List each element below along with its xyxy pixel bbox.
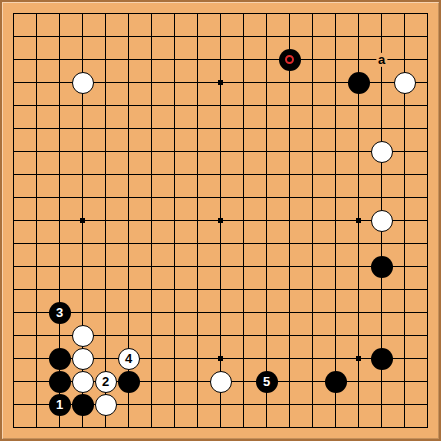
intersection <box>71 2 94 25</box>
intersection <box>186 393 209 416</box>
grid-line-vertical <box>335 13 336 25</box>
intersection <box>140 71 163 94</box>
grid-line-vertical <box>105 347 106 370</box>
black-stone <box>325 371 347 393</box>
intersection <box>186 324 209 347</box>
grid-line-vertical <box>289 186 290 209</box>
intersection <box>278 117 301 140</box>
intersection <box>25 71 48 94</box>
grid-line-vertical <box>128 393 129 416</box>
intersection <box>48 2 71 25</box>
grid-line-vertical <box>243 117 244 140</box>
grid-line-vertical <box>312 48 313 71</box>
intersection <box>278 2 301 25</box>
intersection <box>25 140 48 163</box>
grid-line-vertical <box>197 163 198 186</box>
grid-line-vertical <box>36 25 37 48</box>
grid-line-vertical <box>151 25 152 48</box>
grid-line-vertical <box>243 140 244 163</box>
grid-line-vertical <box>289 324 290 347</box>
grid-line-vertical <box>243 301 244 324</box>
intersection <box>324 301 347 324</box>
grid-line-vertical <box>13 278 14 301</box>
grid-line-vertical <box>335 94 336 117</box>
grid-line-vertical <box>427 347 428 370</box>
intersection <box>117 71 140 94</box>
intersection <box>163 232 186 255</box>
intersection <box>232 232 255 255</box>
grid-line-vertical <box>312 393 313 416</box>
intersection <box>232 25 255 48</box>
intersection <box>48 117 71 140</box>
grid-line-vertical <box>174 393 175 416</box>
grid-line-vertical <box>197 232 198 255</box>
grid-line-vertical <box>427 48 428 71</box>
intersection <box>140 232 163 255</box>
intersection <box>163 163 186 186</box>
intersection <box>25 163 48 186</box>
intersection <box>2 255 25 278</box>
intersection <box>71 255 94 278</box>
move-number: 1 <box>56 398 63 411</box>
intersection <box>94 2 117 25</box>
intersection <box>324 25 347 48</box>
white-stone <box>72 371 94 393</box>
grid-line-vertical <box>197 117 198 140</box>
intersection <box>393 324 416 347</box>
black-stone <box>371 256 393 278</box>
intersection <box>324 163 347 186</box>
intersection <box>370 278 393 301</box>
white-stone <box>210 371 232 393</box>
intersection <box>370 117 393 140</box>
grid-line-vertical <box>36 255 37 278</box>
grid-line-vertical <box>266 301 267 324</box>
grid-line-vertical <box>404 48 405 71</box>
grid-line-vertical <box>381 278 382 301</box>
intersection: 4 <box>117 347 140 370</box>
intersection <box>117 25 140 48</box>
intersection <box>186 48 209 71</box>
intersection <box>117 2 140 25</box>
grid-line-vertical <box>381 301 382 324</box>
grid-line-vertical <box>105 163 106 186</box>
intersection <box>347 2 370 25</box>
grid-line-horizontal <box>13 105 25 106</box>
intersection <box>94 393 117 416</box>
grid-line-vertical <box>220 186 221 209</box>
intersection <box>2 393 25 416</box>
intersection <box>163 94 186 117</box>
grid-line-vertical <box>358 370 359 393</box>
grid-line-vertical <box>381 25 382 48</box>
intersection <box>324 2 347 25</box>
grid-line-vertical <box>289 71 290 94</box>
intersection <box>232 324 255 347</box>
grid-line-vertical <box>312 25 313 48</box>
grid-line-vertical <box>82 140 83 163</box>
intersection <box>278 324 301 347</box>
intersection <box>25 2 48 25</box>
grid-line-vertical <box>36 140 37 163</box>
grid-line-vertical <box>36 209 37 232</box>
go-board: a34251 <box>0 0 441 441</box>
intersection <box>301 209 324 232</box>
intersection <box>393 255 416 278</box>
intersection <box>393 71 416 94</box>
grid-line-vertical <box>13 255 14 278</box>
intersection <box>94 71 117 94</box>
grid-line-vertical <box>82 232 83 255</box>
grid-line-vertical <box>128 48 129 71</box>
grid-line-vertical <box>335 140 336 163</box>
intersection <box>370 25 393 48</box>
intersection <box>163 186 186 209</box>
grid-line-vertical <box>13 301 14 324</box>
intersection <box>71 140 94 163</box>
intersection <box>255 140 278 163</box>
grid-line-vertical <box>105 48 106 71</box>
intersection <box>2 324 25 347</box>
intersection <box>393 232 416 255</box>
grid-line-vertical <box>13 94 14 117</box>
move-number: 5 <box>263 375 270 388</box>
intersection <box>186 232 209 255</box>
grid-line-vertical <box>266 94 267 117</box>
intersection <box>186 2 209 25</box>
grid-line-vertical <box>243 232 244 255</box>
grid-line-vertical <box>13 393 14 416</box>
grid-line-vertical <box>105 416 106 428</box>
grid-line-vertical <box>404 347 405 370</box>
intersection <box>301 370 324 393</box>
intersection <box>163 48 186 71</box>
grid-line-vertical <box>13 347 14 370</box>
grid-line-vertical <box>381 370 382 393</box>
intersection <box>301 301 324 324</box>
intersection <box>301 186 324 209</box>
intersection <box>370 324 393 347</box>
grid-line-vertical <box>151 13 152 25</box>
grid-line-vertical <box>36 186 37 209</box>
grid-line-vertical <box>36 324 37 347</box>
grid-line-vertical <box>220 278 221 301</box>
intersection <box>163 209 186 232</box>
intersection <box>209 25 232 48</box>
intersection <box>2 232 25 255</box>
intersection <box>232 209 255 232</box>
intersection <box>393 347 416 370</box>
intersection <box>48 209 71 232</box>
intersection <box>71 370 94 393</box>
grid-line-vertical <box>358 232 359 255</box>
intersection <box>301 117 324 140</box>
intersection <box>2 186 25 209</box>
intersection <box>416 347 439 370</box>
grid-line-vertical <box>151 117 152 140</box>
intersection <box>2 2 25 25</box>
intersection <box>393 301 416 324</box>
intersection <box>347 71 370 94</box>
intersection <box>94 209 117 232</box>
intersection <box>370 94 393 117</box>
grid-line-vertical <box>151 71 152 94</box>
grid-line-vertical <box>312 370 313 393</box>
grid-line-vertical <box>151 140 152 163</box>
grid-line-vertical <box>174 209 175 232</box>
intersection <box>232 186 255 209</box>
intersection <box>140 301 163 324</box>
intersection <box>94 301 117 324</box>
grid-line-vertical <box>105 278 106 301</box>
grid-line-vertical <box>197 140 198 163</box>
grid-line-vertical <box>174 94 175 117</box>
intersection <box>209 416 232 439</box>
intersection: 1 <box>48 393 71 416</box>
intersection <box>370 347 393 370</box>
intersection <box>370 71 393 94</box>
grid-line-vertical <box>381 232 382 255</box>
grid-line-vertical <box>174 232 175 255</box>
grid-line-vertical <box>266 117 267 140</box>
intersection <box>255 324 278 347</box>
intersection <box>48 278 71 301</box>
intersection <box>2 117 25 140</box>
grid-line-vertical <box>59 71 60 94</box>
grid-line-vertical <box>174 301 175 324</box>
intersection <box>117 255 140 278</box>
grid-line-horizontal <box>13 381 25 382</box>
intersection <box>71 48 94 71</box>
grid-line-vertical <box>266 186 267 209</box>
grid-line-vertical <box>266 13 267 25</box>
grid-line-vertical <box>358 13 359 25</box>
grid-line-vertical <box>243 71 244 94</box>
grid-line-vertical <box>197 416 198 428</box>
grid-line-vertical <box>151 94 152 117</box>
intersection <box>209 140 232 163</box>
grid-line-vertical <box>266 232 267 255</box>
grid-line-vertical <box>174 48 175 71</box>
grid-line-vertical <box>427 117 428 140</box>
grid-line-vertical <box>312 163 313 186</box>
grid-line-vertical <box>151 163 152 186</box>
intersection <box>71 209 94 232</box>
intersection <box>324 117 347 140</box>
intersection <box>186 140 209 163</box>
grid-line-vertical <box>404 370 405 393</box>
intersection <box>94 140 117 163</box>
grid-line-vertical <box>243 163 244 186</box>
grid-line-vertical <box>59 255 60 278</box>
intersection <box>186 255 209 278</box>
grid-line-vertical <box>105 232 106 255</box>
grid-line-vertical <box>427 25 428 48</box>
grid-line-vertical <box>358 278 359 301</box>
grid-line-vertical <box>243 255 244 278</box>
grid-line-vertical <box>197 301 198 324</box>
grid-line-vertical <box>59 13 60 25</box>
intersection <box>416 301 439 324</box>
grid-line-vertical <box>128 25 129 48</box>
intersection <box>255 94 278 117</box>
grid-line-vertical <box>335 278 336 301</box>
grid-line-vertical <box>36 232 37 255</box>
star-point <box>356 356 361 361</box>
grid-line-horizontal <box>13 128 25 129</box>
grid-line-horizontal <box>13 197 25 198</box>
intersection <box>278 140 301 163</box>
grid-line-vertical <box>312 255 313 278</box>
grid-line-vertical <box>59 25 60 48</box>
intersection <box>416 324 439 347</box>
intersection <box>209 393 232 416</box>
grid-line-vertical <box>220 48 221 71</box>
intersection <box>347 347 370 370</box>
white-stone <box>72 348 94 370</box>
grid-line-vertical <box>174 163 175 186</box>
intersection <box>347 163 370 186</box>
grid-line-horizontal <box>13 243 25 244</box>
intersection <box>140 117 163 140</box>
intersection <box>393 48 416 71</box>
intersection <box>140 416 163 439</box>
intersection <box>71 117 94 140</box>
intersection <box>232 301 255 324</box>
intersection <box>301 232 324 255</box>
grid-line-vertical <box>174 140 175 163</box>
grid-line-vertical <box>381 94 382 117</box>
intersection <box>232 255 255 278</box>
grid-line-vertical <box>128 232 129 255</box>
intersection <box>117 94 140 117</box>
grid-line-vertical <box>404 232 405 255</box>
grid-line-horizontal <box>13 82 25 83</box>
grid-line-vertical <box>358 140 359 163</box>
white-stone <box>95 394 117 416</box>
intersection <box>232 117 255 140</box>
intersection <box>140 393 163 416</box>
grid-line-vertical <box>36 347 37 370</box>
intersection <box>232 163 255 186</box>
intersection <box>209 232 232 255</box>
grid-line-vertical <box>381 163 382 186</box>
intersection <box>416 71 439 94</box>
intersection <box>163 117 186 140</box>
intersection <box>301 2 324 25</box>
grid-line-vertical <box>381 324 382 347</box>
grid-line-vertical <box>105 255 106 278</box>
intersection <box>301 416 324 439</box>
intersection <box>25 416 48 439</box>
grid-line-vertical <box>243 186 244 209</box>
grid-line-vertical <box>174 186 175 209</box>
intersection <box>71 163 94 186</box>
grid-line-vertical <box>13 324 14 347</box>
intersection <box>71 416 94 439</box>
intersection <box>393 186 416 209</box>
intersection <box>2 347 25 370</box>
intersection <box>25 255 48 278</box>
black-stone: 1 <box>49 394 71 416</box>
intersection <box>209 347 232 370</box>
grid-line-vertical <box>358 324 359 347</box>
grid-line-vertical <box>358 416 359 428</box>
grid-line-vertical <box>174 255 175 278</box>
grid-line-vertical <box>174 278 175 301</box>
grid-line-vertical <box>13 140 14 163</box>
intersection <box>347 117 370 140</box>
intersection <box>416 370 439 393</box>
intersection <box>25 232 48 255</box>
intersection <box>370 2 393 25</box>
grid-line-vertical <box>427 140 428 163</box>
grid-line-vertical <box>312 232 313 255</box>
intersection <box>416 94 439 117</box>
grid-line-vertical <box>266 71 267 94</box>
intersection <box>2 370 25 393</box>
white-stone <box>371 141 393 163</box>
intersection <box>209 2 232 25</box>
intersection <box>163 71 186 94</box>
grid-line-horizontal <box>13 174 25 175</box>
intersection <box>48 370 71 393</box>
intersection <box>278 209 301 232</box>
intersection <box>393 2 416 25</box>
intersection <box>301 140 324 163</box>
letter-label: a <box>376 52 387 66</box>
grid-line-vertical <box>197 71 198 94</box>
intersection <box>232 370 255 393</box>
grid-line-vertical <box>312 209 313 232</box>
grid-line-vertical <box>105 209 106 232</box>
intersection <box>347 25 370 48</box>
star-point <box>356 218 361 223</box>
grid-line-vertical <box>427 209 428 232</box>
intersection <box>416 416 439 439</box>
intersection <box>71 393 94 416</box>
grid-line-vertical <box>128 71 129 94</box>
intersection <box>301 324 324 347</box>
grid-line-vertical <box>404 94 405 117</box>
intersection <box>71 278 94 301</box>
grid-line-vertical <box>128 301 129 324</box>
grid-line-vertical <box>404 117 405 140</box>
intersection <box>186 278 209 301</box>
grid-line-vertical <box>404 186 405 209</box>
grid-line-vertical <box>82 416 83 428</box>
grid-line-vertical <box>174 25 175 48</box>
intersection <box>255 117 278 140</box>
grid-line-vertical <box>266 324 267 347</box>
grid-line-vertical <box>358 48 359 71</box>
intersection <box>416 163 439 186</box>
intersection <box>209 186 232 209</box>
intersection <box>324 416 347 439</box>
intersection <box>370 416 393 439</box>
intersection <box>140 324 163 347</box>
intersection <box>301 278 324 301</box>
intersection <box>71 25 94 48</box>
intersection <box>232 71 255 94</box>
intersection <box>255 278 278 301</box>
intersection <box>163 324 186 347</box>
intersection <box>163 301 186 324</box>
grid-line-vertical <box>197 13 198 25</box>
grid-line-horizontal <box>13 220 25 221</box>
grid-line-horizontal <box>13 335 25 336</box>
intersection <box>2 94 25 117</box>
